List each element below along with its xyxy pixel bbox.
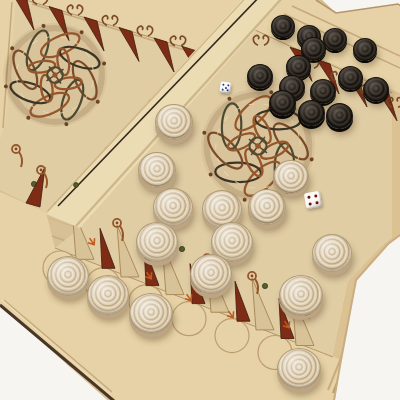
checker-light[interactable] <box>47 256 89 296</box>
checker-dark[interactable] <box>363 77 389 102</box>
checker-light[interactable] <box>190 254 232 294</box>
checker-dark[interactable] <box>298 100 325 126</box>
checker-dark[interactable] <box>269 90 296 116</box>
checker-dark[interactable] <box>247 64 273 89</box>
checker-dark[interactable] <box>338 66 363 90</box>
checker-dark[interactable] <box>271 15 295 38</box>
checker-dark[interactable] <box>323 28 347 51</box>
die-1[interactable] <box>219 81 231 93</box>
checker-light[interactable] <box>129 293 173 334</box>
die-pip <box>227 84 229 86</box>
die-pip <box>309 202 312 205</box>
checker-dark[interactable] <box>326 103 353 129</box>
checker-light[interactable] <box>279 275 323 316</box>
die-pip <box>226 89 228 91</box>
checker-light[interactable] <box>87 275 129 315</box>
checker-light[interactable] <box>277 348 321 389</box>
checker-light[interactable] <box>312 234 352 272</box>
checker-light[interactable] <box>248 189 286 225</box>
checker-light[interactable] <box>136 222 178 262</box>
die-pip <box>221 88 223 90</box>
die-2[interactable] <box>304 191 323 210</box>
checker-dark[interactable] <box>353 38 377 61</box>
backgammon-board-photo <box>0 0 400 400</box>
checker-light[interactable] <box>153 188 193 226</box>
die-pip <box>315 201 318 204</box>
pieces-layer <box>0 0 400 400</box>
die-pip <box>222 83 224 85</box>
die-pip <box>314 195 317 198</box>
die-pip <box>308 196 311 199</box>
checker-light[interactable] <box>138 152 176 188</box>
checker-light[interactable] <box>273 160 309 194</box>
checker-light[interactable] <box>155 104 193 140</box>
die-pip <box>224 86 226 88</box>
